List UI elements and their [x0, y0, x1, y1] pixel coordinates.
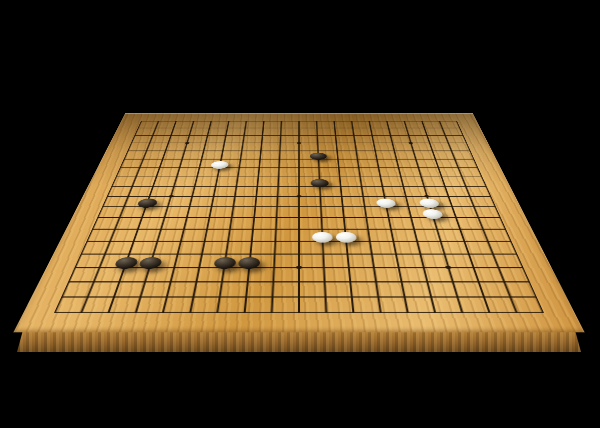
black-stone-H4[interactable] [238, 257, 261, 269]
black-stone-G4[interactable] [213, 257, 236, 269]
black-stone-C4[interactable] [113, 257, 139, 269]
go-board[interactable] [54, 121, 544, 313]
white-stone-Q8[interactable] [421, 209, 443, 219]
black-stone-C9[interactable] [136, 199, 158, 208]
white-stone-M6[interactable] [335, 232, 356, 243]
white-stone-L6[interactable] [312, 232, 333, 243]
go-board-scene [0, 0, 600, 428]
black-stone-L11[interactable] [311, 179, 329, 187]
white-stone-F13[interactable] [211, 161, 230, 169]
white-stone-O9[interactable] [375, 199, 396, 208]
board-front-edge [17, 330, 581, 352]
black-stone-L14[interactable] [310, 153, 327, 160]
white-stone-Q9[interactable] [418, 199, 440, 208]
black-stone-D4[interactable] [138, 257, 163, 269]
